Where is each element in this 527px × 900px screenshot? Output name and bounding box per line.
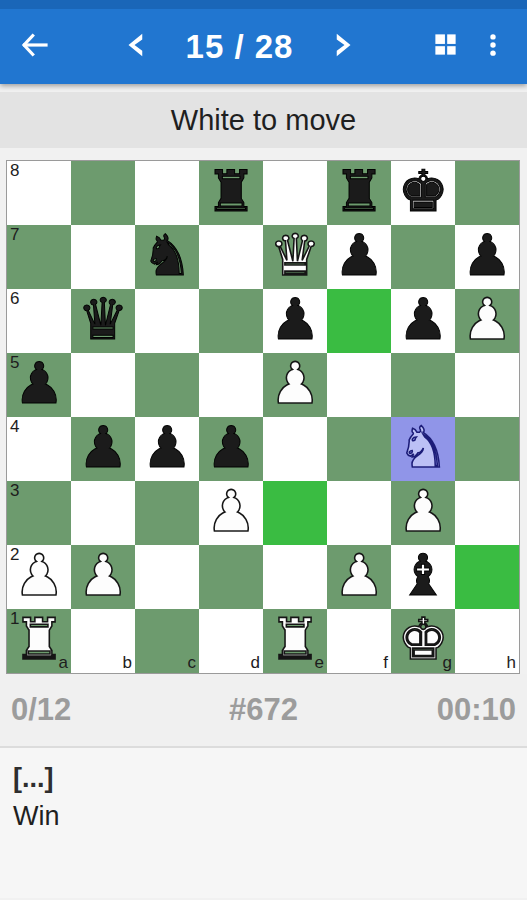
square-d8[interactable]: ♜	[199, 161, 263, 225]
piece-white-pawn[interactable]: ♟	[263, 353, 327, 417]
square-d3[interactable]: ♟	[199, 481, 263, 545]
square-c3[interactable]	[135, 481, 199, 545]
square-c5[interactable]	[135, 353, 199, 417]
puzzle-list-button[interactable]	[421, 23, 469, 71]
puzzle-counter: 15 / 28	[186, 28, 294, 66]
square-d1[interactable]: d	[199, 609, 263, 673]
square-a8[interactable]: 8	[7, 161, 71, 225]
square-f4[interactable]	[327, 417, 391, 481]
square-d6[interactable]	[199, 289, 263, 353]
square-g6[interactable]: ♟	[391, 289, 455, 353]
square-e4[interactable]	[263, 417, 327, 481]
square-g4[interactable]: ♞	[391, 417, 455, 481]
file-label-h: h	[507, 654, 516, 673]
moves-placeholder: [...]	[13, 760, 514, 798]
square-b8[interactable]	[71, 161, 135, 225]
square-h1[interactable]: h	[455, 609, 519, 673]
comment-area: [...] Win	[0, 748, 527, 898]
square-g3[interactable]: ♟	[391, 481, 455, 545]
square-b5[interactable]	[71, 353, 135, 417]
square-d2[interactable]	[199, 545, 263, 609]
puzzle-number: #672	[229, 692, 298, 727]
timer: 00:10	[437, 692, 516, 727]
piece-white-pawn[interactable]: ♟	[455, 289, 519, 353]
piece-white-pawn[interactable]: ♟	[391, 481, 455, 545]
prev-puzzle-button[interactable]	[112, 23, 160, 71]
overflow-dots-icon	[480, 31, 506, 63]
square-c8[interactable]	[135, 161, 199, 225]
piece-white-queen[interactable]: ♛	[263, 225, 327, 289]
grid-view-icon	[432, 31, 459, 62]
square-c4[interactable]: ♟	[135, 417, 199, 481]
square-d5[interactable]	[199, 353, 263, 417]
square-c6[interactable]	[135, 289, 199, 353]
square-b7[interactable]	[71, 225, 135, 289]
square-h5[interactable]	[455, 353, 519, 417]
piece-white-pawn[interactable]: ♟	[199, 481, 263, 545]
piece-white-pawn[interactable]: ♟	[71, 545, 135, 609]
chess-board: 8♜♜♚7♞♛♟♟6♛♟♟♟5♟♟4♟♟♟♞3♟♟2♟♟♟♝1a♜bcde♜fg…	[6, 160, 520, 674]
square-g7[interactable]	[391, 225, 455, 289]
square-h4[interactable]	[455, 417, 519, 481]
piece-black-pawn[interactable]: ♟	[327, 225, 391, 289]
square-f1[interactable]: f	[327, 609, 391, 673]
square-d4[interactable]: ♟	[199, 417, 263, 481]
square-g1[interactable]: g♚	[391, 609, 455, 673]
square-e6[interactable]: ♟	[263, 289, 327, 353]
app-bar: 15 / 28	[0, 0, 527, 84]
rank-label-3: 3	[10, 482, 19, 501]
rank-label-4: 4	[10, 418, 19, 437]
arrow-left-icon	[18, 29, 50, 65]
file-label-c: c	[188, 654, 197, 673]
square-e5[interactable]: ♟	[263, 353, 327, 417]
piece-white-rook[interactable]: ♜	[263, 609, 327, 673]
status-row: 0/12 #672 00:10	[0, 674, 527, 746]
square-f7[interactable]: ♟	[327, 225, 391, 289]
square-a7[interactable]: 7	[7, 225, 71, 289]
square-g5[interactable]	[391, 353, 455, 417]
square-e8[interactable]	[263, 161, 327, 225]
turn-banner: White to move	[0, 92, 527, 148]
square-f6[interactable]	[327, 289, 391, 353]
piece-black-pawn[interactable]: ♟	[135, 417, 199, 481]
piece-black-rook[interactable]: ♜	[199, 161, 263, 225]
square-b6[interactable]: ♛	[71, 289, 135, 353]
piece-black-pawn[interactable]: ♟	[455, 225, 519, 289]
square-e2[interactable]	[263, 545, 327, 609]
piece-white-pawn[interactable]: ♟	[327, 545, 391, 609]
square-b2[interactable]: ♟	[71, 545, 135, 609]
overflow-menu-button[interactable]	[469, 23, 517, 71]
chevron-right-icon	[328, 29, 358, 65]
piece-black-rook[interactable]: ♜	[327, 161, 391, 225]
square-d7[interactable]	[199, 225, 263, 289]
goal-text: Win	[13, 798, 514, 836]
piece-black-queen[interactable]: ♛	[71, 289, 135, 353]
square-f2[interactable]: ♟	[327, 545, 391, 609]
square-e3[interactable]	[263, 481, 327, 545]
turn-banner-text: White to move	[171, 104, 356, 137]
square-b1[interactable]: b	[71, 609, 135, 673]
square-a4[interactable]: 4	[7, 417, 71, 481]
square-h2[interactable]	[455, 545, 519, 609]
square-g2[interactable]: ♝	[391, 545, 455, 609]
piece-black-bishop[interactable]: ♝	[391, 545, 455, 609]
square-h6[interactable]: ♟	[455, 289, 519, 353]
rank-label-6: 6	[10, 290, 19, 309]
next-puzzle-button[interactable]	[319, 23, 367, 71]
square-e1[interactable]: e♜	[263, 609, 327, 673]
square-h8[interactable]	[455, 161, 519, 225]
file-label-b: b	[123, 654, 132, 673]
square-f3[interactable]	[327, 481, 391, 545]
piece-black-pawn[interactable]: ♟	[71, 417, 135, 481]
square-e7[interactable]: ♛	[263, 225, 327, 289]
file-label-d: d	[251, 654, 260, 673]
file-label-f: f	[383, 654, 388, 673]
square-b4[interactable]: ♟	[71, 417, 135, 481]
piece-black-pawn[interactable]: ♟	[7, 353, 71, 417]
square-f5[interactable]	[327, 353, 391, 417]
square-h7[interactable]: ♟	[455, 225, 519, 289]
score-counter: 0/12	[11, 692, 71, 727]
rank-label-7: 7	[10, 226, 19, 245]
piece-black-king[interactable]: ♚	[391, 161, 455, 225]
square-f8[interactable]: ♜	[327, 161, 391, 225]
square-a6[interactable]: 6	[7, 289, 71, 353]
gap	[0, 84, 527, 92]
square-a5[interactable]: 5♟	[7, 353, 71, 417]
square-a3[interactable]: 3	[7, 481, 71, 545]
android-status-bar	[0, 0, 527, 9]
square-b3[interactable]	[71, 481, 135, 545]
square-h3[interactable]	[455, 481, 519, 545]
piece-black-knight[interactable]: ♞	[135, 225, 199, 289]
square-c2[interactable]	[135, 545, 199, 609]
square-a1[interactable]: 1a♜	[7, 609, 71, 673]
chevron-left-icon	[121, 29, 151, 65]
back-button[interactable]	[10, 23, 58, 71]
square-c1[interactable]: c	[135, 609, 199, 673]
piece-black-pawn[interactable]: ♟	[199, 417, 263, 481]
piece-white-pawn[interactable]: ♟	[7, 545, 71, 609]
square-c7[interactable]: ♞	[135, 225, 199, 289]
piece-black-pawn[interactable]: ♟	[263, 289, 327, 353]
piece-white-knight[interactable]: ♞	[391, 417, 455, 481]
piece-black-pawn[interactable]: ♟	[391, 289, 455, 353]
square-a2[interactable]: 2♟	[7, 545, 71, 609]
piece-white-rook[interactable]: ♜	[7, 609, 71, 673]
piece-white-king[interactable]: ♚	[391, 609, 455, 673]
rank-label-8: 8	[10, 162, 19, 181]
square-g8[interactable]: ♚	[391, 161, 455, 225]
